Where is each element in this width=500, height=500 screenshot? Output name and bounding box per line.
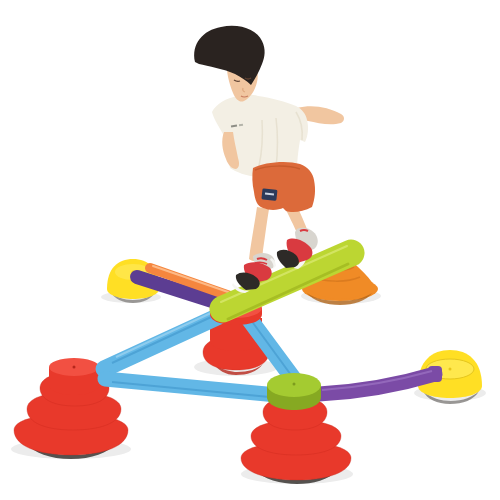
red-dome-left-hole xyxy=(73,366,76,369)
blue-plank-left-dome-to-green-stone xyxy=(105,379,288,396)
back-shoe-lace xyxy=(300,230,308,231)
child-left-leg xyxy=(249,207,269,261)
green-stone-hole xyxy=(293,383,296,386)
yellow-dome-right-hole xyxy=(449,368,452,371)
balance-course-photo xyxy=(0,0,500,500)
scene-canvas xyxy=(0,0,500,500)
child-shorts xyxy=(252,162,315,212)
blue-planks xyxy=(104,306,295,398)
